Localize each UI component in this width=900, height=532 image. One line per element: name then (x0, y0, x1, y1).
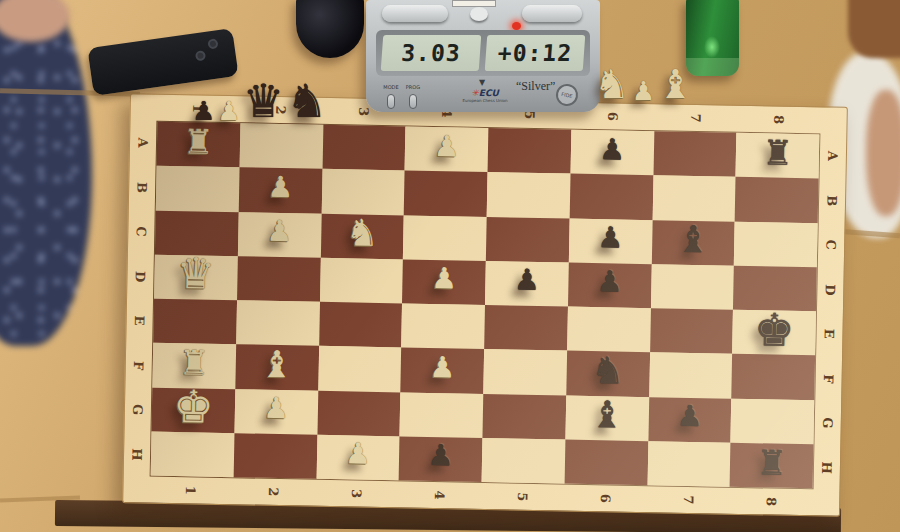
clock-divider-arrow: ▼ (479, 78, 485, 87)
square-g7[interactable]: ♟ (648, 397, 732, 443)
square-f2[interactable]: ♝ (235, 344, 319, 390)
square-a6[interactable]: ♟ (570, 130, 654, 176)
clock-right-plunger[interactable] (522, 5, 582, 22)
black-king[interactable]: ♚ (732, 307, 816, 353)
clock-right-time: +0:12 (485, 35, 586, 71)
square-e8[interactable]: ♚ (732, 310, 816, 356)
square-f5[interactable] (483, 349, 567, 395)
square-e2[interactable] (236, 300, 320, 346)
captured-white-bishop: ♝ (657, 64, 693, 104)
square-b7[interactable] (652, 175, 736, 221)
clock-left-plunger[interactable] (382, 5, 448, 22)
square-e7[interactable] (650, 308, 734, 354)
square-f8[interactable] (732, 354, 816, 400)
clock-display-frame: 3.03 +0:12 (376, 30, 590, 76)
black-bishop[interactable]: ♝ (651, 217, 735, 263)
square-a4[interactable]: ♟ (405, 126, 489, 172)
square-g6[interactable]: ♝ (565, 395, 649, 441)
chess-clock: 3.03 +0:12 ▼ MODEPROG ✳ECU European Ches… (366, 0, 600, 112)
square-b4[interactable] (404, 171, 488, 217)
black-pawn[interactable]: ♟ (569, 215, 653, 261)
square-g2[interactable]: ♟ (234, 389, 318, 435)
mode-button[interactable] (387, 94, 395, 109)
square-b3[interactable] (321, 169, 405, 215)
square-d2[interactable] (237, 256, 321, 302)
left-player-clothing (0, 0, 92, 346)
coord-label: B (810, 187, 855, 214)
square-c7[interactable]: ♝ (651, 220, 735, 266)
board-grid: ♜♟♟♜♟♟♞♟♝♛♟♟♟♚♜♝♟♞♚♟♝♟♟♟♜ (150, 121, 821, 490)
square-h3[interactable]: ♟ (316, 435, 400, 481)
fide-badge: FIDE (554, 82, 580, 108)
black-rook[interactable]: ♜ (730, 439, 814, 485)
square-b8[interactable] (735, 177, 819, 223)
prog-button-label: PROG (402, 84, 424, 90)
black-pawn[interactable]: ♟ (570, 127, 654, 173)
black-pawn[interactable]: ♟ (568, 259, 652, 305)
prog-button[interactable] (409, 94, 417, 109)
white-pawn[interactable]: ♟ (402, 256, 486, 302)
clock-brand: ✳ECU European Chess Union (450, 88, 520, 103)
coord-label: 1 (177, 449, 205, 532)
ecu-logo-icon: ✳ (471, 88, 479, 98)
white-king[interactable]: ♚ (152, 384, 236, 430)
square-e1[interactable] (153, 299, 237, 345)
square-d3[interactable] (320, 258, 404, 304)
captured-black-queen: ♛ (243, 78, 284, 124)
square-c2[interactable]: ♟ (238, 212, 322, 258)
clock-brand-subtext: European Chess Union (450, 98, 520, 103)
square-b5[interactable] (487, 172, 571, 218)
bottle-glint (704, 36, 720, 58)
square-e6[interactable] (567, 307, 651, 353)
square-c4[interactable] (403, 215, 487, 261)
captured-white-knight: ♞ (594, 64, 630, 104)
white-pawn[interactable]: ♟ (405, 123, 489, 169)
coord-label: G (805, 409, 850, 436)
square-h4[interactable]: ♟ (399, 436, 483, 482)
white-pawn[interactable]: ♟ (401, 345, 485, 391)
captured-white-pawn: ♟ (632, 78, 655, 104)
square-d4[interactable]: ♟ (402, 259, 486, 305)
coord-label: F (806, 365, 851, 392)
square-b6[interactable] (569, 174, 653, 220)
white-pawn[interactable]: ♟ (316, 432, 400, 478)
coord-label: B (120, 174, 165, 201)
square-f7[interactable] (649, 352, 733, 398)
square-e5[interactable] (484, 305, 568, 351)
mode-button-label: MODE (380, 84, 402, 90)
captured-pieces-right: ♞♟♝ (594, 2, 694, 104)
chair-corner (848, 0, 900, 58)
square-g1[interactable]: ♚ (152, 387, 236, 433)
white-knight[interactable]: ♞ (320, 210, 404, 256)
captured-black-knight: ♞ (286, 78, 327, 124)
square-g5[interactable] (482, 393, 566, 439)
clock-sticker (452, 0, 496, 7)
square-c5[interactable] (486, 217, 570, 263)
square-c6[interactable]: ♟ (569, 218, 653, 264)
clock-turn-indicator-light (512, 22, 521, 30)
square-d1[interactable]: ♛ (154, 254, 238, 300)
white-queen[interactable]: ♛ (154, 251, 238, 297)
coord-label: 5 (509, 455, 537, 532)
coord-label: C (119, 218, 164, 245)
clock-brand-text: ECU (479, 88, 499, 98)
coord-label: E (117, 307, 162, 334)
square-g4[interactable] (400, 392, 484, 438)
white-bishop[interactable]: ♝ (235, 341, 319, 387)
square-g8[interactable] (731, 398, 815, 444)
square-a8[interactable]: ♜ (736, 133, 820, 179)
black-pawn[interactable]: ♟ (485, 258, 569, 304)
square-g3[interactable] (317, 390, 401, 436)
square-a1[interactable]: ♜ (157, 122, 241, 168)
coord-label: 2 (260, 450, 288, 532)
square-f4[interactable]: ♟ (401, 348, 485, 394)
square-c8[interactable] (734, 221, 818, 267)
coord-label: 7 (675, 458, 703, 532)
square-d5[interactable]: ♟ (485, 261, 569, 307)
clock-mode-buttons: MODEPROG (380, 74, 432, 114)
black-knight[interactable]: ♞ (566, 348, 650, 394)
clock-left-time: 3.03 (381, 35, 482, 71)
clock-model-name: “Silver” (516, 79, 555, 94)
square-b2[interactable]: ♟ (238, 168, 322, 214)
square-h8[interactable]: ♜ (730, 442, 814, 488)
square-e3[interactable] (319, 302, 403, 348)
square-b1[interactable] (156, 166, 240, 212)
square-d7[interactable] (650, 264, 734, 310)
board-file-labels-right: ABCDEFGH (814, 133, 847, 489)
white-rook[interactable]: ♜ (152, 340, 236, 386)
right-player-arm (866, 90, 900, 216)
chess-board: 12345678 12345678 ABCDEFGH ABCDEFGH ♜♟♟♜… (122, 93, 848, 517)
captured-white-pawn: ♟ (217, 98, 240, 124)
square-e4[interactable] (401, 303, 485, 349)
white-pawn[interactable]: ♟ (239, 165, 323, 211)
square-d6[interactable]: ♟ (568, 262, 652, 308)
black-rook[interactable]: ♜ (736, 130, 820, 176)
clock-center-button[interactable] (470, 7, 488, 21)
captured-black-pawn: ♟ (192, 98, 215, 124)
white-pawn[interactable]: ♟ (234, 386, 318, 432)
captured-pieces-left: ♟♟♛♞ (192, 40, 342, 124)
coord-label: D (808, 276, 853, 303)
white-pawn[interactable]: ♟ (238, 209, 322, 255)
black-bishop[interactable]: ♝ (565, 392, 649, 438)
square-c3[interactable]: ♞ (320, 213, 404, 259)
black-pawn[interactable]: ♟ (399, 433, 483, 479)
coord-label: H (115, 441, 160, 468)
square-f6[interactable]: ♞ (566, 351, 650, 397)
coord-label: C (809, 231, 854, 258)
black-pawn[interactable]: ♟ (648, 394, 732, 440)
coord-label: 6 (592, 457, 620, 532)
square-f3[interactable] (318, 346, 402, 392)
